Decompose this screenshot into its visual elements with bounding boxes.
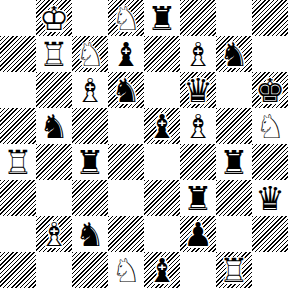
square-f3[interactable]: ♜♜ <box>180 180 216 216</box>
black-bishop-glyph: ♝ <box>144 252 180 288</box>
square-a7[interactable] <box>0 36 36 72</box>
white-knight-glyph: ♘ <box>108 252 144 288</box>
black-knight[interactable]: ♞♞ <box>36 108 72 144</box>
square-g4[interactable]: ♜♜ <box>216 144 252 180</box>
black-rook-glyph: ♜ <box>72 144 108 180</box>
square-a6[interactable] <box>0 72 36 108</box>
black-queen[interactable]: ♛♛ <box>180 72 216 108</box>
black-rook-glyph: ♜ <box>180 180 216 216</box>
black-king[interactable]: ♚♚ <box>252 72 288 108</box>
white-bishop[interactable]: ♝♗ <box>180 36 216 72</box>
square-h3[interactable]: ♛♛ <box>252 180 288 216</box>
square-g2[interactable] <box>216 216 252 252</box>
square-d6[interactable]: ♞♞ <box>108 72 144 108</box>
square-g7[interactable]: ♞♞ <box>216 36 252 72</box>
white-bishop[interactable]: ♝♗ <box>72 72 108 108</box>
white-rook-glyph: ♖ <box>216 252 252 288</box>
square-a8[interactable] <box>0 0 36 36</box>
square-d7[interactable]: ♝♝ <box>108 36 144 72</box>
square-d5[interactable] <box>108 108 144 144</box>
white-rook[interactable]: ♜♖ <box>0 144 36 180</box>
square-a3[interactable] <box>0 180 36 216</box>
square-h5[interactable]: ♞♘ <box>252 108 288 144</box>
white-knight-glyph: ♘ <box>108 0 144 36</box>
white-king[interactable]: ♚♔ <box>36 0 72 36</box>
square-g3[interactable] <box>216 180 252 216</box>
square-a4[interactable]: ♜♖ <box>0 144 36 180</box>
black-rook[interactable]: ♜♜ <box>144 0 180 36</box>
square-f4[interactable] <box>180 144 216 180</box>
square-h8[interactable] <box>252 0 288 36</box>
square-e1[interactable]: ♝♝ <box>144 252 180 288</box>
black-bishop-glyph: ♝ <box>144 108 180 144</box>
black-knight[interactable]: ♞♞ <box>108 72 144 108</box>
white-bishop-glyph: ♗ <box>180 108 216 144</box>
square-a1[interactable] <box>0 252 36 288</box>
white-knight-glyph: ♘ <box>72 36 108 72</box>
black-bishop[interactable]: ♝♝ <box>144 108 180 144</box>
white-rook[interactable]: ♜♖ <box>36 36 72 72</box>
square-c8[interactable] <box>72 0 108 36</box>
square-d1[interactable]: ♞♘ <box>108 252 144 288</box>
square-f1[interactable] <box>180 252 216 288</box>
white-rook[interactable]: ♜♖ <box>216 252 252 288</box>
square-b3[interactable] <box>36 180 72 216</box>
square-f8[interactable] <box>180 0 216 36</box>
white-knight[interactable]: ♞♘ <box>108 0 144 36</box>
black-rook-glyph: ♜ <box>144 0 180 36</box>
square-b6[interactable] <box>36 72 72 108</box>
black-bishop-glyph: ♝ <box>108 36 144 72</box>
square-f6[interactable]: ♛♛ <box>180 72 216 108</box>
square-c2[interactable]: ♞♞ <box>72 216 108 252</box>
square-a2[interactable] <box>0 216 36 252</box>
square-c7[interactable]: ♞♘ <box>72 36 108 72</box>
square-d3[interactable] <box>108 180 144 216</box>
black-queen-glyph: ♛ <box>252 180 288 216</box>
white-knight[interactable]: ♞♘ <box>108 252 144 288</box>
white-bishop-glyph: ♗ <box>180 36 216 72</box>
square-e7[interactable] <box>144 36 180 72</box>
black-rook[interactable]: ♜♜ <box>72 144 108 180</box>
square-a5[interactable] <box>0 108 36 144</box>
square-c1[interactable] <box>72 252 108 288</box>
black-knight-glyph: ♞ <box>36 108 72 144</box>
square-b8[interactable]: ♚♔ <box>36 0 72 36</box>
white-knight[interactable]: ♞♘ <box>72 36 108 72</box>
white-rook-glyph: ♖ <box>0 144 36 180</box>
white-king-glyph: ♔ <box>36 0 72 36</box>
black-rook-glyph: ♜ <box>216 144 252 180</box>
black-knight-glyph: ♞ <box>216 36 252 72</box>
black-pawn-glyph: ♟ <box>180 216 216 252</box>
black-bishop[interactable]: ♝♝ <box>108 36 144 72</box>
white-bishop-glyph: ♗ <box>36 216 72 252</box>
square-g8[interactable] <box>216 0 252 36</box>
square-h2[interactable] <box>252 216 288 252</box>
black-pawn[interactable]: ♟♟ <box>180 216 216 252</box>
square-d4[interactable] <box>108 144 144 180</box>
square-b5[interactable]: ♞♞ <box>36 108 72 144</box>
square-e4[interactable] <box>144 144 180 180</box>
black-rook[interactable]: ♜♜ <box>180 180 216 216</box>
black-king-glyph: ♚ <box>252 72 288 108</box>
square-b2[interactable]: ♝♗ <box>36 216 72 252</box>
square-e2[interactable] <box>144 216 180 252</box>
white-bishop[interactable]: ♝♗ <box>180 108 216 144</box>
square-e3[interactable] <box>144 180 180 216</box>
square-e5[interactable]: ♝♝ <box>144 108 180 144</box>
square-f2[interactable]: ♟♟ <box>180 216 216 252</box>
white-knight[interactable]: ♞♘ <box>252 108 288 144</box>
square-d8[interactable]: ♞♘ <box>108 0 144 36</box>
black-knight-glyph: ♞ <box>72 216 108 252</box>
white-knight-glyph: ♘ <box>252 108 288 144</box>
square-e8[interactable]: ♜♜ <box>144 0 180 36</box>
square-h4[interactable] <box>252 144 288 180</box>
square-d2[interactable] <box>108 216 144 252</box>
white-bishop-glyph: ♗ <box>72 72 108 108</box>
white-bishop[interactable]: ♝♗ <box>36 216 72 252</box>
square-g5[interactable] <box>216 108 252 144</box>
black-queen-glyph: ♛ <box>180 72 216 108</box>
black-rook[interactable]: ♜♜ <box>216 144 252 180</box>
square-f7[interactable]: ♝♗ <box>180 36 216 72</box>
black-queen[interactable]: ♛♛ <box>252 180 288 216</box>
chess-board: ♚♔♞♘♜♜♜♖♞♘♝♝♝♗♞♞♝♗♞♞♛♛♚♚♞♞♝♝♝♗♞♘♜♖♜♜♜♜♜♜… <box>0 0 288 288</box>
square-e6[interactable] <box>144 72 180 108</box>
black-knight[interactable]: ♞♞ <box>216 36 252 72</box>
square-c5[interactable] <box>72 108 108 144</box>
square-g1[interactable]: ♜♖ <box>216 252 252 288</box>
black-bishop[interactable]: ♝♝ <box>144 252 180 288</box>
square-f5[interactable]: ♝♗ <box>180 108 216 144</box>
square-c3[interactable] <box>72 180 108 216</box>
square-b7[interactable]: ♜♖ <box>36 36 72 72</box>
white-rook-glyph: ♖ <box>36 36 72 72</box>
black-knight-glyph: ♞ <box>108 72 144 108</box>
square-h6[interactable]: ♚♚ <box>252 72 288 108</box>
square-g6[interactable] <box>216 72 252 108</box>
square-c6[interactable]: ♝♗ <box>72 72 108 108</box>
black-knight[interactable]: ♞♞ <box>72 216 108 252</box>
square-h1[interactable] <box>252 252 288 288</box>
square-b1[interactable] <box>36 252 72 288</box>
square-c4[interactable]: ♜♜ <box>72 144 108 180</box>
square-h7[interactable] <box>252 36 288 72</box>
square-b4[interactable] <box>36 144 72 180</box>
